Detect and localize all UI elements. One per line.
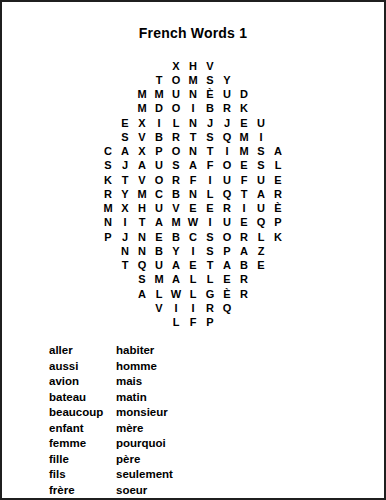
grid-cell [219, 316, 236, 330]
grid-cell [117, 273, 134, 287]
grid-cell: S [202, 130, 219, 144]
word-list-item: pourquoi [116, 436, 173, 452]
grid-cell [117, 287, 134, 301]
grid-cell [117, 88, 134, 102]
puzzle-title: French Words 1 [2, 25, 384, 41]
grid-cell: O [219, 230, 236, 244]
grid-cell: J [202, 116, 219, 130]
grid-cell: B [168, 230, 185, 244]
grid-cell [219, 59, 236, 73]
grid-cell [236, 301, 253, 315]
grid-cell [134, 73, 151, 87]
grid-cell: A [236, 244, 253, 258]
word-list-item: père [116, 452, 173, 468]
grid-cell [117, 59, 134, 73]
grid-cell [270, 287, 287, 301]
grid-cell: S [134, 273, 151, 287]
grid-cell: I [168, 301, 185, 315]
grid-cell: F [236, 173, 253, 187]
word-list-item: homme [116, 359, 173, 375]
grid-cell: Y [168, 244, 185, 258]
grid-cell: E [151, 230, 168, 244]
grid-cell: M [100, 202, 117, 216]
grid-cell: M [236, 130, 253, 144]
grid-cell: E [270, 173, 287, 187]
word-list: alleraussiavionbateaubeaucoupenfantfemme… [49, 343, 173, 498]
grid-cell: Q [219, 187, 236, 201]
grid-cell: T [134, 216, 151, 230]
grid-cell: E [185, 259, 202, 273]
grid-cell: A [253, 187, 270, 201]
grid-cell: V [134, 173, 151, 187]
grid-cell: R [168, 130, 185, 144]
grid-cell: M [185, 73, 202, 87]
grid-cell: U [219, 216, 236, 230]
grid-cell: T [117, 259, 134, 273]
grid-cell: T [236, 187, 253, 201]
grid-cell: D [236, 88, 253, 102]
word-list-item: bateau [49, 390, 116, 406]
grid-cell: N [117, 244, 134, 258]
grid-cell: T [202, 145, 219, 159]
grid-cell: E [236, 216, 253, 230]
grid-cell: E [219, 273, 236, 287]
grid-cell [100, 287, 117, 301]
word-list-item: matin [116, 390, 173, 406]
grid-cell: K [270, 230, 287, 244]
grid-cell: X [168, 59, 185, 73]
grid-cell: K [100, 173, 117, 187]
grid-cell: N [134, 230, 151, 244]
grid-cell: U [151, 202, 168, 216]
grid-cell: U [219, 173, 236, 187]
grid-cell [270, 59, 287, 73]
grid-cell [253, 287, 270, 301]
grid-cell: I [202, 216, 219, 230]
grid-cell [253, 301, 270, 315]
word-list-item: aussi [49, 359, 116, 375]
grid-cell: P [270, 216, 287, 230]
grid-cell: P [202, 316, 219, 330]
grid-cell [100, 130, 117, 144]
grid-cell: F [185, 316, 202, 330]
grid-cell: N [134, 244, 151, 258]
grid-cell [270, 316, 287, 330]
grid-cell: A [270, 145, 287, 159]
grid-cell [270, 130, 287, 144]
word-list-item: habiter [116, 343, 173, 359]
grid-cell [236, 59, 253, 73]
grid-cell: M [134, 187, 151, 201]
grid-cell: M [134, 102, 151, 116]
grid-cell: U [219, 88, 236, 102]
grid-cell: W [185, 216, 202, 230]
grid-cell [117, 102, 134, 116]
grid-cell: L [270, 159, 287, 173]
grid-cell: V [151, 301, 168, 315]
grid-cell: Y [117, 187, 134, 201]
grid-cell: C [185, 230, 202, 244]
grid-cell: L [185, 287, 202, 301]
word-list-item: aller [49, 343, 116, 359]
grid-cell [100, 244, 117, 258]
grid-cell: S [168, 159, 185, 173]
grid-cell: S [202, 244, 219, 258]
grid-cell: S [100, 159, 117, 173]
grid-cell: R [219, 202, 236, 216]
word-list-right-column: habiterhommemaismatinmonsieurmèrepourquo… [116, 343, 173, 498]
grid-cell: O [168, 145, 185, 159]
grid-cell: L [168, 316, 185, 330]
worksheet-page: French Words 1 XHVTOMSYMMUNÈUDMDOIBRKEXI… [0, 0, 386, 500]
grid-cell: R [202, 301, 219, 315]
grid-cell: E [185, 202, 202, 216]
grid-cell: Z [253, 244, 270, 258]
grid-cell: U [151, 259, 168, 273]
grid-cell: N [100, 216, 117, 230]
grid-cell: E [236, 159, 253, 173]
grid-cell: M [151, 273, 168, 287]
grid-cell [134, 59, 151, 73]
word-list-item: mais [116, 374, 173, 390]
grid-cell: R [270, 187, 287, 201]
grid-cell: L [253, 230, 270, 244]
grid-cell [117, 301, 134, 315]
word-list-item: frère [49, 483, 116, 499]
grid-cell [253, 273, 270, 287]
grid-cell: J [117, 230, 134, 244]
grid-cell: M [134, 88, 151, 102]
grid-cell: U [168, 88, 185, 102]
grid-cell [117, 73, 134, 87]
grid-cell [100, 301, 117, 315]
grid-cell: F [185, 173, 202, 187]
grid-cell: È [270, 202, 287, 216]
grid-cell: I [185, 102, 202, 116]
grid-cell: D [151, 102, 168, 116]
grid-cell [100, 273, 117, 287]
grid-cell: K [236, 102, 253, 116]
grid-cell [100, 116, 117, 130]
grid-cell: P [100, 230, 117, 244]
grid-cell: M [151, 88, 168, 102]
grid-cell: N [185, 88, 202, 102]
grid-cell: U [253, 173, 270, 187]
grid-cell: I [185, 301, 202, 315]
grid-cell: R [100, 187, 117, 201]
grid-cell: R [236, 287, 253, 301]
grid-cell [151, 316, 168, 330]
grid-cell [270, 73, 287, 87]
grid-cell: S [117, 130, 134, 144]
grid-cell: J [219, 116, 236, 130]
grid-cell [100, 102, 117, 116]
grid-cell: A [134, 287, 151, 301]
grid-cell [100, 316, 117, 330]
grid-cell: Q [253, 216, 270, 230]
grid-cell: S [253, 159, 270, 173]
word-list-item: fils [49, 467, 116, 483]
grid-cell [253, 102, 270, 116]
grid-cell: O [219, 159, 236, 173]
grid-cell: H [185, 59, 202, 73]
grid-cell [270, 88, 287, 102]
grid-cell: A [151, 216, 168, 230]
grid-cell: A [168, 259, 185, 273]
letter-grid: XHVTOMSYMMUNÈUDMDOIBRKEXILNJJEUSVBRTSQMI… [100, 59, 287, 330]
grid-cell: I [236, 202, 253, 216]
grid-cell: X [117, 202, 134, 216]
grid-cell: L [202, 273, 219, 287]
grid-cell: C [151, 187, 168, 201]
grid-cell [270, 102, 287, 116]
grid-cell: J [117, 159, 134, 173]
grid-cell: B [202, 102, 219, 116]
grid-cell: N [185, 145, 202, 159]
grid-cell: È [219, 287, 236, 301]
grid-cell [134, 316, 151, 330]
grid-cell: B [151, 244, 168, 258]
grid-cell: A [134, 159, 151, 173]
grid-cell: V [168, 202, 185, 216]
grid-cell: P [151, 145, 168, 159]
grid-cell: N [185, 187, 202, 201]
grid-cell: A [219, 259, 236, 273]
grid-cell: B [168, 187, 185, 201]
word-list-item: beaucoup [49, 405, 116, 421]
grid-cell: E [236, 116, 253, 130]
grid-cell: I [202, 173, 219, 187]
grid-cell: A [185, 159, 202, 173]
grid-cell [270, 244, 287, 258]
grid-cell [151, 59, 168, 73]
grid-cell: V [202, 59, 219, 73]
grid-cell: C [100, 145, 117, 159]
grid-cell: I [219, 145, 236, 159]
grid-cell: O [168, 102, 185, 116]
grid-cell: B [236, 259, 253, 273]
grid-cell: U [253, 116, 270, 130]
grid-cell: U [253, 202, 270, 216]
grid-cell: W [168, 287, 185, 301]
grid-cell: H [134, 202, 151, 216]
grid-cell [100, 73, 117, 87]
grid-cell: M [236, 145, 253, 159]
grid-cell [236, 73, 253, 87]
grid-cell: È [202, 88, 219, 102]
grid-cell: U [151, 159, 168, 173]
word-list-item: fille [49, 452, 116, 468]
grid-cell: O [168, 73, 185, 87]
grid-cell: S [202, 73, 219, 87]
grid-cell: L [202, 187, 219, 201]
grid-cell [270, 259, 287, 273]
grid-cell: I [253, 130, 270, 144]
grid-cell: T [151, 73, 168, 87]
grid-cell: P [219, 244, 236, 258]
grid-cell: L [168, 116, 185, 130]
grid-cell: O [151, 173, 168, 187]
grid-cell: Q [134, 259, 151, 273]
word-list-item: soeur [116, 483, 173, 499]
grid-cell: T [117, 173, 134, 187]
grid-cell: R [236, 273, 253, 287]
grid-cell [236, 316, 253, 330]
grid-cell: R [219, 102, 236, 116]
grid-cell: E [253, 259, 270, 273]
grid-cell: S [253, 145, 270, 159]
grid-cell: S [202, 230, 219, 244]
grid-cell: G [202, 287, 219, 301]
grid-cell [270, 301, 287, 315]
grid-cell: Y [219, 73, 236, 87]
grid-cell [134, 301, 151, 315]
grid-cell: T [185, 130, 202, 144]
grid-cell [253, 88, 270, 102]
grid-cell: I [185, 244, 202, 258]
grid-cell [253, 316, 270, 330]
grid-cell: A [168, 273, 185, 287]
grid-cell: X [134, 116, 151, 130]
grid-cell: B [151, 130, 168, 144]
grid-cell: Q [219, 301, 236, 315]
grid-cell [100, 259, 117, 273]
word-list-item: avion [49, 374, 116, 390]
word-list-left-column: alleraussiavionbateaubeaucoupenfantfemme… [49, 343, 116, 498]
grid-cell [117, 316, 134, 330]
grid-cell [100, 88, 117, 102]
word-list-item: monsieur [116, 405, 173, 421]
grid-cell [100, 59, 117, 73]
grid-cell: Q [219, 130, 236, 144]
grid-cell [270, 116, 287, 130]
grid-cell: M [168, 216, 185, 230]
word-list-item: femme [49, 436, 116, 452]
grid-cell [253, 73, 270, 87]
word-list-item: enfant [49, 421, 116, 437]
grid-cell: L [151, 287, 168, 301]
grid-cell: I [117, 216, 134, 230]
grid-cell: V [134, 130, 151, 144]
grid-cell: I [151, 116, 168, 130]
grid-cell [253, 59, 270, 73]
grid-cell: E [117, 116, 134, 130]
grid-cell [270, 273, 287, 287]
grid-cell: F [202, 159, 219, 173]
grid-cell: E [202, 202, 219, 216]
grid-cell: X [134, 145, 151, 159]
grid-cell: N [185, 116, 202, 130]
grid-cell: R [236, 230, 253, 244]
grid-cell: A [117, 145, 134, 159]
grid-cell: R [168, 173, 185, 187]
grid-cell: L [185, 273, 202, 287]
word-list-item: seulement [116, 467, 173, 483]
word-list-item: mère [116, 421, 173, 437]
grid-cell: T [202, 259, 219, 273]
